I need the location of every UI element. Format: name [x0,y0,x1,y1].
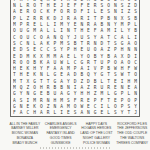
grid-cell: N [85,109,92,115]
grid-cell: S [112,109,119,115]
grid-cell: S [72,109,79,115]
word-search-board: YRTWQKDVXNEASBOLMCJNLROTHEJEFFERSONSZDAE… [10,0,140,117]
word-list-item: GUNSMOKE [43,140,79,145]
grid-cell: T [126,109,133,115]
grid-cell: Y [119,109,126,115]
grid-cell: G [92,109,99,115]
word-list-scale-wrapper: ALL IN THE FAMILYBARNEY MILLERBIONIC WOM… [7,121,150,145]
grid-cell: J [132,109,139,115]
grid-cell: L [105,109,112,115]
word-list-item: THREES COMPANY [114,140,150,145]
word-list-item: BRADY BUNCH [7,140,43,145]
grid-cell: H [31,109,38,115]
letter-grid: YRTWQKDVXNEASBOLMCJNLROTHEJEFFERSONSZDAE… [11,0,139,116]
word-list: ALL IN THE FAMILYBARNEY MILLERBIONIC WOM… [7,121,150,145]
word-list-column: ROCKFORD FILESTHE JEFFERSONSTHE ODD COUP… [114,121,150,145]
word-list-column: HAPPY DAYSHOGANS HEROESLAND OF THE LOSTN… [79,121,115,145]
grid-cell: A [18,109,25,115]
grid-cell: C [24,109,31,115]
grid-cell: F [11,109,18,115]
grid-cell: E [65,109,72,115]
grid-cell: I [58,109,65,115]
clipped-footer-text [40,147,112,149]
grid-cell: A [78,109,85,115]
word-list-item: POLICE WOMAN [79,140,115,145]
grid-cell: A [38,109,45,115]
word-list-column: ALL IN THE FAMILYBARNEY MILLERBIONIC WOM… [7,121,43,145]
grid-scale-wrapper: YRTWQKDVXNEASBOLMCJNLROTHEJEFFERSONSZDAE… [11,0,139,116]
word-list-column: CHARLIES ANGELSEMERGENCYFANTASY ISLANDGO… [43,121,79,145]
grid-cell: R [45,109,52,115]
grid-cell: L [51,109,58,115]
grid-cell: E [99,109,106,115]
